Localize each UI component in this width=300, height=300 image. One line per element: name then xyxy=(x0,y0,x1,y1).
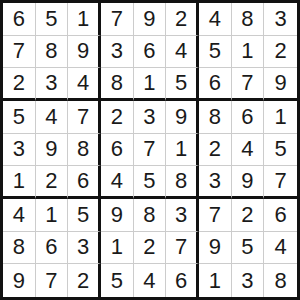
sudoku-cell-r1c9[interactable]: 3 xyxy=(264,3,297,36)
sudoku-cell-r8c1[interactable]: 8 xyxy=(3,232,36,265)
sudoku-cell-r4c5[interactable]: 3 xyxy=(134,101,167,134)
sudoku-cell-r3c4[interactable]: 8 xyxy=(101,68,134,101)
sudoku-cell-r5c9[interactable]: 5 xyxy=(264,134,297,167)
sudoku-cell-r4c2[interactable]: 4 xyxy=(36,101,69,134)
sudoku-cell-r8c4[interactable]: 1 xyxy=(101,232,134,265)
sudoku-cell-r4c7[interactable]: 8 xyxy=(199,101,232,134)
sudoku-cell-r9c3[interactable]: 2 xyxy=(68,264,101,297)
sudoku-cell-r2c6[interactable]: 4 xyxy=(166,36,199,69)
sudoku-cell-r1c6[interactable]: 2 xyxy=(166,3,199,36)
sudoku-cell-r9c8[interactable]: 3 xyxy=(232,264,265,297)
sudoku-cell-r8c2[interactable]: 6 xyxy=(36,232,69,265)
sudoku-cell-r6c4[interactable]: 4 xyxy=(101,166,134,199)
sudoku-cell-r7c1[interactable]: 4 xyxy=(3,199,36,232)
sudoku-cell-r7c7[interactable]: 7 xyxy=(199,199,232,232)
sudoku-cell-r6c8[interactable]: 9 xyxy=(232,166,265,199)
sudoku-cell-r8c3[interactable]: 3 xyxy=(68,232,101,265)
sudoku-cell-r7c3[interactable]: 5 xyxy=(68,199,101,232)
sudoku-cell-r4c6[interactable]: 9 xyxy=(166,101,199,134)
sudoku-cell-r4c8[interactable]: 6 xyxy=(232,101,265,134)
sudoku-cell-r8c9[interactable]: 4 xyxy=(264,232,297,265)
sudoku-cell-r9c6[interactable]: 6 xyxy=(166,264,199,297)
sudoku-cell-r2c4[interactable]: 3 xyxy=(101,36,134,69)
sudoku-cell-r1c4[interactable]: 7 xyxy=(101,3,134,36)
sudoku-board: 6517924837893645122348156795472398613986… xyxy=(0,0,300,300)
sudoku-cell-r6c9[interactable]: 7 xyxy=(264,166,297,199)
sudoku-cell-r5c8[interactable]: 4 xyxy=(232,134,265,167)
sudoku-cell-r6c1[interactable]: 1 xyxy=(3,166,36,199)
sudoku-cell-r4c3[interactable]: 7 xyxy=(68,101,101,134)
sudoku-cell-r3c3[interactable]: 4 xyxy=(68,68,101,101)
sudoku-cell-r7c4[interactable]: 9 xyxy=(101,199,134,232)
sudoku-cell-r9c7[interactable]: 1 xyxy=(199,264,232,297)
sudoku-cell-r2c2[interactable]: 8 xyxy=(36,36,69,69)
sudoku-cell-r3c2[interactable]: 3 xyxy=(36,68,69,101)
sudoku-cell-r3c7[interactable]: 6 xyxy=(199,68,232,101)
sudoku-cell-r9c9[interactable]: 8 xyxy=(264,264,297,297)
sudoku-cell-r7c6[interactable]: 3 xyxy=(166,199,199,232)
sudoku-cell-r2c8[interactable]: 1 xyxy=(232,36,265,69)
sudoku-cell-r5c3[interactable]: 8 xyxy=(68,134,101,167)
sudoku-cell-r5c2[interactable]: 9 xyxy=(36,134,69,167)
sudoku-cell-r8c7[interactable]: 9 xyxy=(199,232,232,265)
sudoku-cell-r4c4[interactable]: 2 xyxy=(101,101,134,134)
sudoku-cell-r5c4[interactable]: 6 xyxy=(101,134,134,167)
sudoku-cell-r5c6[interactable]: 1 xyxy=(166,134,199,167)
sudoku-cell-r6c2[interactable]: 2 xyxy=(36,166,69,199)
sudoku-cell-r9c2[interactable]: 7 xyxy=(36,264,69,297)
sudoku-cell-r6c5[interactable]: 5 xyxy=(134,166,167,199)
sudoku-cell-r1c7[interactable]: 4 xyxy=(199,3,232,36)
sudoku-cell-r9c1[interactable]: 9 xyxy=(3,264,36,297)
sudoku-cell-r2c7[interactable]: 5 xyxy=(199,36,232,69)
sudoku-cell-r7c8[interactable]: 2 xyxy=(232,199,265,232)
sudoku-cell-r6c6[interactable]: 8 xyxy=(166,166,199,199)
sudoku-cell-r8c6[interactable]: 7 xyxy=(166,232,199,265)
sudoku-cell-r3c5[interactable]: 1 xyxy=(134,68,167,101)
sudoku-cell-r7c9[interactable]: 6 xyxy=(264,199,297,232)
sudoku-cell-r2c3[interactable]: 9 xyxy=(68,36,101,69)
sudoku-cell-r9c4[interactable]: 5 xyxy=(101,264,134,297)
sudoku-cell-r3c9[interactable]: 9 xyxy=(264,68,297,101)
sudoku-cell-r4c9[interactable]: 1 xyxy=(264,101,297,134)
sudoku-cell-r1c2[interactable]: 5 xyxy=(36,3,69,36)
sudoku-cell-r3c1[interactable]: 2 xyxy=(3,68,36,101)
sudoku-cell-r5c5[interactable]: 7 xyxy=(134,134,167,167)
sudoku-cell-r6c3[interactable]: 6 xyxy=(68,166,101,199)
sudoku-cell-r7c5[interactable]: 8 xyxy=(134,199,167,232)
sudoku-cell-r8c5[interactable]: 2 xyxy=(134,232,167,265)
sudoku-cell-r4c1[interactable]: 5 xyxy=(3,101,36,134)
sudoku-cell-r1c1[interactable]: 6 xyxy=(3,3,36,36)
sudoku-cell-r2c1[interactable]: 7 xyxy=(3,36,36,69)
sudoku-cell-r7c2[interactable]: 1 xyxy=(36,199,69,232)
sudoku-cell-r3c8[interactable]: 7 xyxy=(232,68,265,101)
sudoku-cell-r5c7[interactable]: 2 xyxy=(199,134,232,167)
sudoku-cell-r3c6[interactable]: 5 xyxy=(166,68,199,101)
sudoku-cell-r9c5[interactable]: 4 xyxy=(134,264,167,297)
sudoku-cell-r2c5[interactable]: 6 xyxy=(134,36,167,69)
sudoku-cell-r6c7[interactable]: 3 xyxy=(199,166,232,199)
sudoku-cell-r1c8[interactable]: 8 xyxy=(232,3,265,36)
sudoku-cell-r8c8[interactable]: 5 xyxy=(232,232,265,265)
sudoku-cell-r1c3[interactable]: 1 xyxy=(68,3,101,36)
sudoku-cell-r1c5[interactable]: 9 xyxy=(134,3,167,36)
sudoku-cell-r5c1[interactable]: 3 xyxy=(3,134,36,167)
sudoku-cell-r2c9[interactable]: 2 xyxy=(264,36,297,69)
